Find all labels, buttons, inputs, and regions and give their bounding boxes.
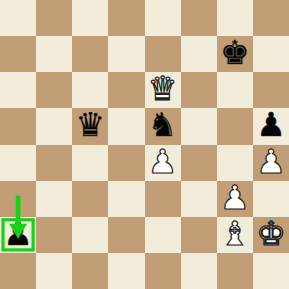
square-e1[interactable] <box>145 253 181 289</box>
square-d6[interactable] <box>108 72 144 108</box>
square-b8[interactable] <box>36 0 72 36</box>
square-b6[interactable] <box>36 72 72 108</box>
square-c5[interactable]: ♛ <box>72 108 108 144</box>
square-h5[interactable]: ♟ <box>253 108 289 144</box>
square-e5[interactable]: ♞ <box>145 108 181 144</box>
square-g2[interactable]: ♝ <box>217 217 253 253</box>
square-g3[interactable]: ♟ <box>217 181 253 217</box>
square-c4[interactable] <box>72 145 108 181</box>
square-e7[interactable] <box>145 36 181 72</box>
square-b3[interactable] <box>36 181 72 217</box>
square-h3[interactable] <box>253 181 289 217</box>
square-d5[interactable] <box>108 108 144 144</box>
square-h4[interactable]: ♟ <box>253 145 289 181</box>
square-g8[interactable] <box>217 0 253 36</box>
square-e8[interactable] <box>145 0 181 36</box>
black-pawn-a2[interactable]: ♟ <box>3 216 33 252</box>
square-e3[interactable] <box>145 181 181 217</box>
black-queen-c5[interactable]: ♛ <box>76 107 106 143</box>
square-g5[interactable] <box>217 108 253 144</box>
square-c6[interactable] <box>72 72 108 108</box>
square-a2[interactable]: ♟ <box>0 217 36 253</box>
square-a3[interactable] <box>0 181 36 217</box>
square-f3[interactable] <box>181 181 217 217</box>
square-b4[interactable] <box>36 145 72 181</box>
square-c2[interactable] <box>72 217 108 253</box>
square-d2[interactable] <box>108 217 144 253</box>
black-knight-e5[interactable]: ♞ <box>148 107 178 143</box>
square-e2[interactable] <box>145 217 181 253</box>
square-a4[interactable] <box>0 145 36 181</box>
white-bishop-g2[interactable]: ♝ <box>220 216 250 252</box>
square-a8[interactable] <box>0 0 36 36</box>
square-f5[interactable] <box>181 108 217 144</box>
square-g7[interactable]: ♚ <box>217 36 253 72</box>
white-queen-e6[interactable]: ♛ <box>148 71 178 107</box>
square-h6[interactable] <box>253 72 289 108</box>
square-h8[interactable] <box>253 0 289 36</box>
square-a7[interactable] <box>0 36 36 72</box>
white-pawn-h4[interactable]: ♟ <box>256 144 286 180</box>
square-c8[interactable] <box>72 0 108 36</box>
square-b2[interactable] <box>36 217 72 253</box>
square-g6[interactable] <box>217 72 253 108</box>
square-d4[interactable] <box>108 145 144 181</box>
square-d8[interactable] <box>108 0 144 36</box>
square-h1[interactable] <box>253 253 289 289</box>
square-g1[interactable] <box>217 253 253 289</box>
square-c7[interactable] <box>72 36 108 72</box>
white-pawn-g3[interactable]: ♟ <box>220 180 250 216</box>
square-h2[interactable]: ♚ <box>253 217 289 253</box>
square-a1[interactable] <box>0 253 36 289</box>
square-f1[interactable] <box>181 253 217 289</box>
square-a6[interactable] <box>0 72 36 108</box>
square-c3[interactable] <box>72 181 108 217</box>
square-a5[interactable] <box>0 108 36 144</box>
chess-board: ♚♛♛♞♟♟♟♟♟♝♚ <box>0 0 289 289</box>
square-e4[interactable]: ♟ <box>145 145 181 181</box>
black-king-g7[interactable]: ♚ <box>220 35 250 71</box>
square-f7[interactable] <box>181 36 217 72</box>
square-f4[interactable] <box>181 145 217 181</box>
square-h7[interactable] <box>253 36 289 72</box>
square-b5[interactable] <box>36 108 72 144</box>
square-d3[interactable] <box>108 181 144 217</box>
square-f2[interactable] <box>181 217 217 253</box>
white-king-h2[interactable]: ♚ <box>256 216 286 252</box>
square-f8[interactable] <box>181 0 217 36</box>
square-b7[interactable] <box>36 36 72 72</box>
square-c1[interactable] <box>72 253 108 289</box>
square-d1[interactable] <box>108 253 144 289</box>
square-e6[interactable]: ♛ <box>145 72 181 108</box>
square-d7[interactable] <box>108 36 144 72</box>
square-b1[interactable] <box>36 253 72 289</box>
square-g4[interactable] <box>217 145 253 181</box>
square-f6[interactable] <box>181 72 217 108</box>
white-pawn-e4[interactable]: ♟ <box>148 144 178 180</box>
black-pawn-h5[interactable]: ♟ <box>256 107 286 143</box>
